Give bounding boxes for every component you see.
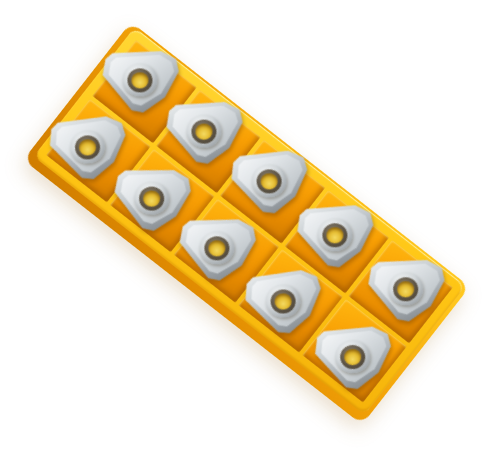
insert-box (23, 22, 470, 425)
screw-hole-center (208, 239, 226, 256)
insert-flank (368, 258, 446, 323)
screw-hole-chamfer (127, 67, 153, 92)
screw-hole-center (274, 292, 292, 310)
milling-insert (368, 258, 446, 323)
screw-hole-center (78, 138, 96, 155)
insert-center-boss (122, 62, 158, 97)
milling-insert (244, 269, 324, 336)
milling-insert (298, 205, 374, 267)
screw-hole-center (344, 348, 361, 365)
screw-hole-chamfer (256, 168, 282, 193)
insert-center-boss (186, 114, 222, 148)
screw-hole-center (397, 280, 415, 297)
milling-insert (315, 326, 392, 389)
screw-hole-center (195, 123, 212, 140)
insert-flank (178, 216, 257, 282)
insert-center-boss (318, 218, 353, 251)
insert-flank (315, 326, 392, 389)
screw-hole-center (260, 172, 278, 189)
screw-hole-chamfer (340, 344, 366, 369)
screw-hole-center (142, 189, 160, 207)
screw-hole-chamfer (204, 235, 230, 260)
insert-flank (244, 269, 324, 336)
screw-hole-center (131, 71, 149, 88)
box-tray (46, 40, 453, 403)
product-photo (0, 0, 500, 456)
screw-hole-center (327, 227, 344, 243)
screw-hole-chamfer (323, 223, 348, 247)
milling-insert (178, 216, 257, 282)
box-rim (34, 27, 466, 415)
screw-hole-chamfer (270, 288, 297, 314)
insert-flank (298, 205, 374, 267)
screw-hole-chamfer (74, 134, 100, 159)
screw-hole-chamfer (191, 119, 217, 144)
screw-hole-chamfer (138, 185, 165, 211)
screw-hole-chamfer (393, 276, 419, 301)
